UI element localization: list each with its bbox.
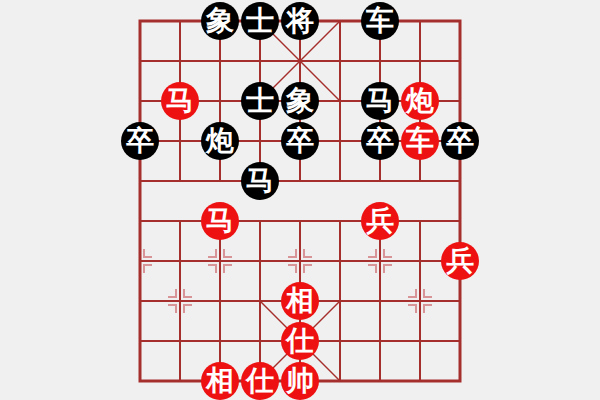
piece-black-general[interactable]: 将 xyxy=(281,2,319,40)
xiangqi-board: 象士将车马士象马炮卒炮卒卒车卒马马兵兵相仕相仕帅 xyxy=(0,0,600,400)
piece-black-soldier[interactable]: 卒 xyxy=(281,122,319,160)
piece-red-chariot[interactable]: 车 xyxy=(401,122,439,160)
piece-red-horse[interactable]: 马 xyxy=(161,82,199,120)
piece-red-elephant[interactable]: 相 xyxy=(201,362,239,400)
piece-black-soldier[interactable]: 卒 xyxy=(121,122,159,160)
piece-red-soldier[interactable]: 兵 xyxy=(361,202,399,240)
piece-red-soldier[interactable]: 兵 xyxy=(441,242,479,280)
piece-black-elephant[interactable]: 象 xyxy=(281,82,319,120)
piece-black-elephant[interactable]: 象 xyxy=(201,2,239,40)
piece-layer: 象士将车马士象马炮卒炮卒卒车卒马马兵兵相仕相仕帅 xyxy=(120,1,480,400)
piece-black-soldier[interactable]: 卒 xyxy=(361,122,399,160)
piece-red-general[interactable]: 帅 xyxy=(281,362,319,400)
piece-black-horse[interactable]: 马 xyxy=(361,82,399,120)
piece-red-cannon[interactable]: 炮 xyxy=(401,82,439,120)
piece-black-soldier[interactable]: 卒 xyxy=(441,122,479,160)
piece-black-advisor[interactable]: 士 xyxy=(241,2,279,40)
piece-black-horse[interactable]: 马 xyxy=(241,162,279,200)
piece-black-chariot[interactable]: 车 xyxy=(361,2,399,40)
piece-red-advisor[interactable]: 仕 xyxy=(241,362,279,400)
piece-red-horse[interactable]: 马 xyxy=(201,202,239,240)
piece-red-elephant[interactable]: 相 xyxy=(281,282,319,320)
piece-red-advisor[interactable]: 仕 xyxy=(281,322,319,360)
piece-black-advisor[interactable]: 士 xyxy=(241,82,279,120)
piece-black-cannon[interactable]: 炮 xyxy=(201,122,239,160)
